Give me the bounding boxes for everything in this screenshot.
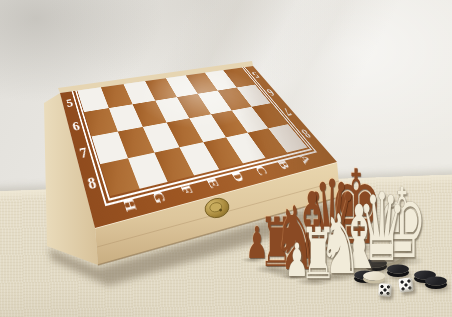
white-rook-piece: ♜	[300, 219, 336, 289]
file-label-d: D	[229, 170, 247, 183]
black-checker	[425, 277, 447, 286]
file-label-b: B	[275, 159, 292, 170]
file-label-h: H	[120, 196, 139, 213]
file-label-e: E	[204, 177, 221, 190]
rank-label-left-6: 6	[71, 119, 81, 133]
rank-label-left-5: 5	[65, 97, 74, 109]
die	[398, 277, 414, 293]
file-label-g: G	[149, 189, 168, 205]
die	[378, 283, 392, 297]
black-checker	[387, 265, 409, 274]
white-checker	[363, 272, 385, 281]
rank-label-left-8: 8	[86, 174, 98, 192]
file-label-c: C	[252, 164, 269, 177]
file-label-f: F	[178, 184, 195, 197]
rank-label-left-7: 7	[78, 145, 89, 161]
